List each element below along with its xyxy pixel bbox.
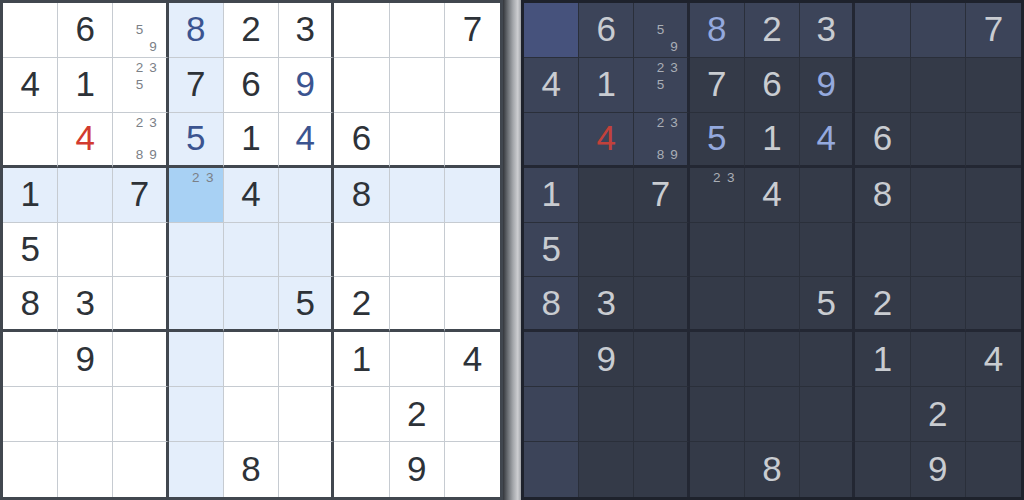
pencil-notes: 23 — [696, 170, 738, 220]
cell-r7c3[interactable] — [113, 332, 168, 387]
cell-r3c6[interactable]: 4 — [279, 113, 334, 168]
cell-r8c5[interactable] — [745, 387, 800, 442]
cell-r1c1[interactable] — [524, 3, 579, 58]
cell-r1c3[interactable]: 59 — [634, 3, 689, 58]
note-3 — [146, 5, 159, 22]
note-2: 2 — [710, 170, 724, 187]
cell-r9c5[interactable]: 8 — [745, 442, 800, 497]
error-digit: 4 — [597, 120, 616, 157]
cell-r1c6[interactable]: 3 — [279, 3, 334, 58]
note-5: 5 — [654, 22, 667, 39]
note-8: 8 — [654, 147, 667, 163]
note-5 — [710, 186, 724, 203]
cell-r6c6[interactable]: 5 — [800, 277, 855, 332]
cell-r4c5[interactable]: 4 — [224, 168, 279, 223]
cell-r3c9[interactable] — [966, 113, 1021, 168]
note-4 — [640, 77, 653, 94]
given-digit: 6 — [762, 66, 781, 103]
cell-r5c3[interactable] — [113, 223, 168, 278]
cell-r8c7[interactable] — [855, 387, 910, 442]
cell-r3c3[interactable]: 2389 — [634, 113, 689, 168]
cell-r6c6[interactable]: 5 — [279, 277, 334, 332]
note-8 — [133, 93, 146, 110]
note-9 — [203, 203, 217, 220]
cell-r2c7[interactable] — [334, 58, 389, 113]
cell-r2c4[interactable]: 7 — [690, 58, 745, 113]
cell-r7c4[interactable] — [169, 332, 224, 387]
note-5 — [654, 131, 667, 147]
cell-r4c3[interactable]: 7 — [113, 168, 168, 223]
note-1 — [640, 5, 653, 22]
note-3: 3 — [667, 60, 680, 77]
note-4 — [640, 22, 653, 39]
given-digit: 2 — [241, 11, 260, 48]
cell-r6c2[interactable]: 3 — [579, 277, 634, 332]
pencil-notes: 235 — [119, 60, 159, 110]
cell-r9c9[interactable] — [445, 442, 500, 497]
given-digit: 2 — [928, 396, 947, 433]
note-7 — [119, 38, 132, 55]
given-digit: 8 — [541, 285, 560, 322]
cell-r2c2[interactable]: 1 — [58, 58, 113, 113]
cell-r9c3[interactable] — [113, 442, 168, 497]
note-8 — [710, 203, 724, 220]
cell-r5c6[interactable] — [800, 223, 855, 278]
note-5: 5 — [654, 77, 667, 94]
cell-r3c7[interactable]: 6 — [855, 113, 910, 168]
cell-r3c2[interactable]: 4 — [579, 113, 634, 168]
cell-r6c1[interactable]: 8 — [3, 277, 58, 332]
cell-r1c4[interactable]: 8 — [690, 3, 745, 58]
cell-r1c5[interactable]: 2 — [745, 3, 800, 58]
cell-r9c2[interactable] — [579, 442, 634, 497]
user-digit: 5 — [186, 120, 205, 157]
user-digit: 8 — [707, 11, 726, 48]
cell-r1c7[interactable] — [855, 3, 910, 58]
cell-r3c2[interactable]: 4 — [58, 113, 113, 168]
note-6 — [667, 22, 680, 39]
cell-r5c7[interactable] — [334, 223, 389, 278]
cell-r5c8[interactable] — [911, 223, 966, 278]
given-digit: 5 — [541, 231, 560, 268]
cell-r6c7[interactable]: 2 — [855, 277, 910, 332]
cell-r7c5[interactable] — [745, 332, 800, 387]
cell-r2c5[interactable]: 6 — [224, 58, 279, 113]
note-5: 5 — [133, 77, 146, 94]
note-8 — [654, 93, 667, 110]
sudoku-board-light: 6598237412357694238951461723485835291428… — [0, 0, 503, 500]
cell-r6c4[interactable] — [169, 277, 224, 332]
cell-r8c2[interactable] — [58, 387, 113, 442]
cell-r3c1[interactable] — [524, 113, 579, 168]
note-9 — [724, 203, 738, 220]
note-1 — [119, 5, 132, 22]
cell-r2c9[interactable] — [966, 58, 1021, 113]
note-7 — [175, 203, 189, 220]
given-digit: 8 — [241, 451, 260, 488]
sudoku-board-dark: 6598237412357694238951461723485835291428… — [521, 0, 1024, 500]
cell-r5c4[interactable] — [690, 223, 745, 278]
cell-r8c9[interactable] — [445, 387, 500, 442]
note-7 — [640, 38, 653, 55]
cell-r6c7[interactable]: 2 — [334, 277, 389, 332]
note-7 — [119, 147, 132, 163]
given-digit: 7 — [707, 66, 726, 103]
cell-r6c3[interactable] — [113, 277, 168, 332]
cell-r9c7[interactable] — [334, 442, 389, 497]
cell-r8c3[interactable] — [634, 387, 689, 442]
given-digit: 1 — [241, 120, 260, 157]
cell-r5c4[interactable] — [169, 223, 224, 278]
cell-r4c2[interactable] — [579, 168, 634, 223]
cell-r1c6[interactable]: 3 — [800, 3, 855, 58]
cell-r3c7[interactable]: 6 — [334, 113, 389, 168]
note-9 — [146, 93, 159, 110]
given-digit: 1 — [541, 176, 560, 213]
note-6 — [146, 77, 159, 94]
note-4 — [119, 22, 132, 39]
note-6 — [667, 131, 680, 147]
note-7 — [640, 147, 653, 163]
cell-r5c2[interactable] — [579, 223, 634, 278]
cell-r5c6[interactable] — [279, 223, 334, 278]
given-digit: 3 — [76, 285, 95, 322]
note-9: 9 — [667, 147, 680, 163]
user-digit: 9 — [295, 66, 314, 103]
given-digit: 6 — [76, 11, 95, 48]
note-1 — [119, 60, 132, 77]
given-digit: 6 — [873, 120, 892, 157]
theme-divider — [503, 0, 521, 500]
cell-r7c8[interactable] — [911, 332, 966, 387]
given-digit: 2 — [762, 11, 781, 48]
cell-r4c8[interactable] — [911, 168, 966, 223]
cell-r7c1[interactable] — [524, 332, 579, 387]
given-digit: 4 — [762, 176, 781, 213]
pencil-notes: 2389 — [640, 115, 680, 163]
user-digit: 4 — [816, 120, 835, 157]
given-digit: 9 — [928, 451, 947, 488]
cell-r8c4[interactable] — [169, 387, 224, 442]
note-1 — [696, 170, 710, 187]
given-digit: 7 — [130, 176, 149, 213]
given-digit: 1 — [597, 66, 616, 103]
cell-r4c6[interactable] — [279, 168, 334, 223]
cell-r5c9[interactable] — [445, 223, 500, 278]
given-digit: 7 — [186, 66, 205, 103]
cell-r4c6[interactable] — [800, 168, 855, 223]
note-8 — [654, 38, 667, 55]
cell-r7c7[interactable]: 1 — [334, 332, 389, 387]
cell-r1c2[interactable]: 6 — [58, 3, 113, 58]
cell-r6c5[interactable] — [224, 277, 279, 332]
given-digit: 7 — [463, 11, 482, 48]
given-digit: 5 — [816, 285, 835, 322]
cell-r7c8[interactable] — [390, 332, 445, 387]
cell-r8c6[interactable] — [800, 387, 855, 442]
cell-r2c1[interactable]: 4 — [3, 58, 58, 113]
cell-r8c7[interactable] — [334, 387, 389, 442]
cell-r6c1[interactable]: 8 — [524, 277, 579, 332]
cell-r6c9[interactable] — [445, 277, 500, 332]
cell-r3c5[interactable]: 1 — [745, 113, 800, 168]
cell-r8c4[interactable] — [690, 387, 745, 442]
cell-r1c4[interactable]: 8 — [169, 3, 224, 58]
note-8: 8 — [133, 147, 146, 163]
given-digit: 1 — [873, 341, 892, 378]
given-digit: 6 — [597, 11, 616, 48]
note-1 — [640, 60, 653, 77]
cell-r1c3[interactable]: 59 — [113, 3, 168, 58]
note-9: 9 — [667, 38, 680, 55]
note-6 — [203, 186, 217, 203]
note-2: 2 — [189, 170, 203, 187]
user-digit: 5 — [707, 120, 726, 157]
cell-r4c7[interactable]: 8 — [855, 168, 910, 223]
cell-r2c1[interactable]: 4 — [524, 58, 579, 113]
cell-r5c1[interactable]: 5 — [524, 223, 579, 278]
given-digit: 1 — [76, 66, 95, 103]
note-2: 2 — [654, 60, 667, 77]
note-9: 9 — [146, 147, 159, 163]
cell-r7c1[interactable] — [3, 332, 58, 387]
cell-r8c5[interactable] — [224, 387, 279, 442]
given-digit: 6 — [352, 120, 371, 157]
cell-r4c9[interactable] — [445, 168, 500, 223]
cell-r3c8[interactable] — [390, 113, 445, 168]
cell-r9c3[interactable] — [634, 442, 689, 497]
cell-r9c1[interactable] — [3, 442, 58, 497]
cell-r3c3[interactable]: 2389 — [113, 113, 168, 168]
cell-r2c3[interactable]: 235 — [634, 58, 689, 113]
pencil-notes: 235 — [640, 60, 680, 110]
cell-r6c5[interactable] — [745, 277, 800, 332]
note-7 — [696, 203, 710, 220]
cell-r7c4[interactable] — [690, 332, 745, 387]
cell-r8c2[interactable] — [579, 387, 634, 442]
given-digit: 8 — [873, 176, 892, 213]
note-1 — [175, 170, 189, 187]
cell-r9c7[interactable] — [855, 442, 910, 497]
note-5: 5 — [133, 22, 146, 39]
note-1 — [119, 115, 132, 131]
given-digit: 3 — [295, 11, 314, 48]
cell-r1c2[interactable]: 6 — [579, 3, 634, 58]
cell-r3c5[interactable]: 1 — [224, 113, 279, 168]
cell-r2c8[interactable] — [390, 58, 445, 113]
note-7 — [119, 93, 132, 110]
cell-r5c5[interactable] — [224, 223, 279, 278]
note-3 — [667, 5, 680, 22]
cell-r9c1[interactable] — [524, 442, 579, 497]
cell-r4c4[interactable]: 23 — [169, 168, 224, 223]
note-3: 3 — [146, 60, 159, 77]
cell-r2c8[interactable] — [911, 58, 966, 113]
given-digit: 4 — [541, 66, 560, 103]
cell-r5c7[interactable] — [855, 223, 910, 278]
cell-r1c5[interactable]: 2 — [224, 3, 279, 58]
cell-r9c4[interactable] — [169, 442, 224, 497]
cell-r8c3[interactable] — [113, 387, 168, 442]
note-3: 3 — [667, 115, 680, 131]
given-digit: 9 — [597, 341, 616, 378]
cell-r3c4[interactable]: 5 — [690, 113, 745, 168]
cell-r6c4[interactable] — [690, 277, 745, 332]
cell-r6c8[interactable] — [911, 277, 966, 332]
user-digit: 8 — [186, 11, 205, 48]
cell-r7c7[interactable]: 1 — [855, 332, 910, 387]
cell-r8c8[interactable]: 2 — [390, 387, 445, 442]
cell-r4c9[interactable] — [966, 168, 1021, 223]
cell-r2c3[interactable]: 235 — [113, 58, 168, 113]
error-digit: 4 — [76, 120, 95, 157]
given-digit: 3 — [816, 11, 835, 48]
note-6 — [146, 131, 159, 147]
cell-r1c9[interactable]: 7 — [966, 3, 1021, 58]
note-8 — [189, 203, 203, 220]
cell-r5c5[interactable] — [745, 223, 800, 278]
given-digit: 7 — [984, 11, 1003, 48]
cell-r8c9[interactable] — [966, 387, 1021, 442]
cell-r4c1[interactable]: 1 — [3, 168, 58, 223]
cell-r7c2[interactable]: 9 — [58, 332, 113, 387]
cell-r3c6[interactable]: 4 — [800, 113, 855, 168]
cell-r1c1[interactable] — [3, 3, 58, 58]
cell-r6c2[interactable]: 3 — [58, 277, 113, 332]
cell-r4c5[interactable]: 4 — [745, 168, 800, 223]
cell-r1c9[interactable]: 7 — [445, 3, 500, 58]
cell-r4c8[interactable] — [390, 168, 445, 223]
note-5 — [189, 186, 203, 203]
given-digit: 2 — [873, 285, 892, 322]
given-digit: 4 — [463, 341, 482, 378]
cell-r9c8[interactable]: 9 — [911, 442, 966, 497]
cell-r1c7[interactable] — [334, 3, 389, 58]
cell-r9c9[interactable] — [966, 442, 1021, 497]
cell-r7c6[interactable] — [279, 332, 334, 387]
cell-r5c2[interactable] — [58, 223, 113, 278]
note-8 — [133, 38, 146, 55]
cell-r3c8[interactable] — [911, 113, 966, 168]
given-digit: 7 — [651, 176, 670, 213]
given-digit: 8 — [352, 176, 371, 213]
cell-r5c8[interactable] — [390, 223, 445, 278]
given-digit: 5 — [20, 231, 39, 268]
note-2: 2 — [654, 115, 667, 131]
cell-r9c2[interactable] — [58, 442, 113, 497]
pencil-notes: 2389 — [119, 115, 159, 163]
cell-r7c2[interactable]: 9 — [579, 332, 634, 387]
note-2: 2 — [133, 115, 146, 131]
cell-r9c6[interactable] — [800, 442, 855, 497]
cell-r1c8[interactable] — [390, 3, 445, 58]
cell-r4c7[interactable]: 8 — [334, 168, 389, 223]
given-digit: 5 — [295, 285, 314, 322]
given-digit: 8 — [762, 451, 781, 488]
cell-r2c9[interactable] — [445, 58, 500, 113]
cell-r4c4[interactable]: 23 — [690, 168, 745, 223]
user-digit: 4 — [295, 120, 314, 157]
cell-r1c8[interactable] — [911, 3, 966, 58]
cell-r5c1[interactable]: 5 — [3, 223, 58, 278]
note-4 — [119, 131, 132, 147]
cell-r4c1[interactable]: 1 — [524, 168, 579, 223]
note-6 — [146, 22, 159, 39]
given-digit: 2 — [352, 285, 371, 322]
cell-r4c2[interactable] — [58, 168, 113, 223]
given-digit: 1 — [762, 120, 781, 157]
note-3: 3 — [203, 170, 217, 187]
given-digit: 6 — [241, 66, 260, 103]
given-digit: 1 — [20, 176, 39, 213]
cell-r2c6[interactable]: 9 — [279, 58, 334, 113]
cell-r2c5[interactable]: 6 — [745, 58, 800, 113]
note-4 — [175, 186, 189, 203]
cell-r6c8[interactable] — [390, 277, 445, 332]
cell-r8c1[interactable] — [524, 387, 579, 442]
cell-r2c2[interactable]: 1 — [579, 58, 634, 113]
cell-r9c6[interactable] — [279, 442, 334, 497]
cell-r8c1[interactable] — [3, 387, 58, 442]
pencil-notes: 59 — [640, 5, 680, 55]
cell-r9c5[interactable]: 8 — [224, 442, 279, 497]
given-digit: 4 — [984, 341, 1003, 378]
cell-r9c4[interactable] — [690, 442, 745, 497]
cell-r8c6[interactable] — [279, 387, 334, 442]
cell-r7c5[interactable] — [224, 332, 279, 387]
note-7 — [640, 93, 653, 110]
cell-r3c1[interactable] — [3, 113, 58, 168]
cell-r3c4[interactable]: 5 — [169, 113, 224, 168]
cell-r5c3[interactable] — [634, 223, 689, 278]
cell-r6c9[interactable] — [966, 277, 1021, 332]
cell-r4c3[interactable]: 7 — [634, 168, 689, 223]
cell-r3c9[interactable] — [445, 113, 500, 168]
note-1 — [640, 115, 653, 131]
note-9: 9 — [146, 38, 159, 55]
given-digit: 4 — [241, 176, 260, 213]
given-digit: 1 — [352, 341, 371, 378]
given-digit: 4 — [20, 66, 39, 103]
note-3: 3 — [146, 115, 159, 131]
note-5 — [133, 131, 146, 147]
cell-r2c7[interactable] — [855, 58, 910, 113]
cell-r7c9[interactable]: 4 — [966, 332, 1021, 387]
note-2: 2 — [133, 60, 146, 77]
user-digit: 9 — [816, 66, 835, 103]
note-6 — [724, 186, 738, 203]
given-digit: 9 — [76, 341, 95, 378]
pencil-notes: 23 — [175, 170, 217, 220]
cell-r7c3[interactable] — [634, 332, 689, 387]
cell-r5c9[interactable] — [966, 223, 1021, 278]
note-3: 3 — [724, 170, 738, 187]
cell-r2c4[interactable]: 7 — [169, 58, 224, 113]
note-4 — [640, 131, 653, 147]
cell-r2c6[interactable]: 9 — [800, 58, 855, 113]
note-9 — [667, 93, 680, 110]
note-2 — [133, 5, 146, 22]
pencil-notes: 59 — [119, 5, 159, 55]
given-digit: 9 — [407, 451, 426, 488]
given-digit: 2 — [407, 396, 426, 433]
cell-r7c6[interactable] — [800, 332, 855, 387]
cell-r6c3[interactable] — [634, 277, 689, 332]
note-4 — [119, 77, 132, 94]
cell-r7c9[interactable]: 4 — [445, 332, 500, 387]
cell-r8c8[interactable]: 2 — [911, 387, 966, 442]
cell-r9c8[interactable]: 9 — [390, 442, 445, 497]
